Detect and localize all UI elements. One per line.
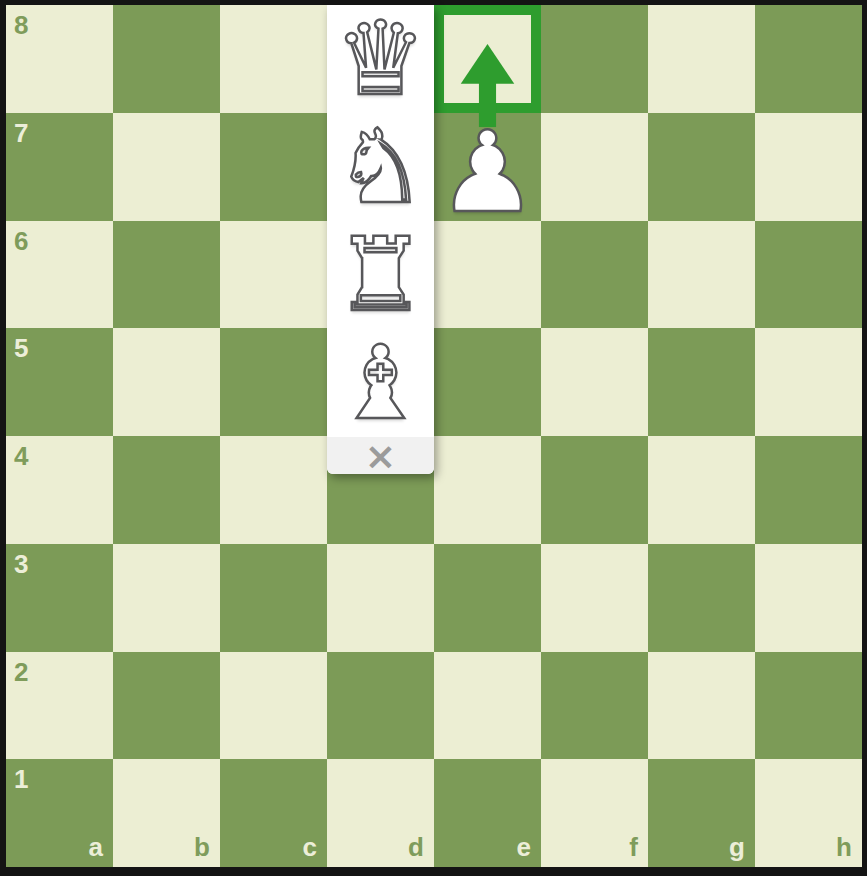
promotion-dialog: ♛ ♞ ♜ ♝ × — [327, 5, 434, 474]
rank-label-5: 5 — [14, 335, 28, 361]
square-f2[interactable] — [541, 652, 648, 760]
square-h8[interactable] — [755, 5, 862, 113]
square-c1[interactable]: c — [220, 759, 327, 867]
square-g2[interactable] — [648, 652, 755, 760]
file-label-h: h — [836, 834, 852, 860]
square-h2[interactable] — [755, 652, 862, 760]
square-g8[interactable] — [648, 5, 755, 113]
square-b1[interactable]: b — [113, 759, 220, 867]
square-c8[interactable] — [220, 5, 327, 113]
white-pawn-e7[interactable]: ♟ — [434, 113, 541, 221]
promote-bishop-button[interactable]: ♝ — [327, 329, 434, 437]
square-a5[interactable]: 5 — [6, 328, 113, 436]
file-label-d: d — [408, 834, 424, 860]
file-label-a: a — [89, 834, 103, 860]
rank-label-1: 1 — [14, 766, 28, 792]
square-e1[interactable]: e — [434, 759, 541, 867]
square-c3[interactable] — [220, 544, 327, 652]
square-c7[interactable] — [220, 113, 327, 221]
square-d1[interactable]: d — [327, 759, 434, 867]
square-c6[interactable] — [220, 221, 327, 329]
square-a1[interactable]: 1a — [6, 759, 113, 867]
file-label-c: c — [303, 834, 317, 860]
square-e7[interactable]: ♟ — [434, 113, 541, 221]
square-c5[interactable] — [220, 328, 327, 436]
square-g1[interactable]: g — [648, 759, 755, 867]
square-b8[interactable] — [113, 5, 220, 113]
square-b4[interactable] — [113, 436, 220, 544]
white-bishop-icon: ♝ — [335, 332, 426, 434]
file-label-e: e — [517, 834, 531, 860]
rank-label-7: 7 — [14, 120, 28, 146]
promote-knight-button[interactable]: ♞ — [327, 113, 434, 221]
white-knight-icon: ♞ — [335, 116, 426, 218]
square-h3[interactable] — [755, 544, 862, 652]
rank-label-6: 6 — [14, 228, 28, 254]
white-pawn-icon: ♟ — [437, 116, 537, 228]
file-label-g: g — [729, 834, 745, 860]
promotion-close-button[interactable]: × — [327, 437, 434, 474]
square-f6[interactable] — [541, 221, 648, 329]
square-h7[interactable] — [755, 113, 862, 221]
square-f1[interactable]: f — [541, 759, 648, 867]
square-c2[interactable] — [220, 652, 327, 760]
square-b2[interactable] — [113, 652, 220, 760]
square-a7[interactable]: 7 — [6, 113, 113, 221]
square-g7[interactable] — [648, 113, 755, 221]
white-queen-icon: ♛ — [335, 8, 426, 110]
square-h4[interactable] — [755, 436, 862, 544]
promote-queen-button[interactable]: ♛ — [327, 5, 434, 113]
rank-label-2: 2 — [14, 659, 28, 685]
square-h5[interactable] — [755, 328, 862, 436]
square-a8[interactable]: 8 — [6, 5, 113, 113]
square-g6[interactable] — [648, 221, 755, 329]
square-c4[interactable] — [220, 436, 327, 544]
square-b5[interactable] — [113, 328, 220, 436]
rank-label-8: 8 — [14, 12, 28, 38]
square-f4[interactable] — [541, 436, 648, 544]
square-b3[interactable] — [113, 544, 220, 652]
file-label-b: b — [194, 834, 210, 860]
square-h1[interactable]: h — [755, 759, 862, 867]
promote-rook-button[interactable]: ♜ — [327, 221, 434, 329]
file-label-f: f — [629, 834, 638, 860]
square-e8[interactable] — [434, 5, 541, 113]
square-e4[interactable] — [434, 436, 541, 544]
square-b7[interactable] — [113, 113, 220, 221]
square-a3[interactable]: 3 — [6, 544, 113, 652]
square-f3[interactable] — [541, 544, 648, 652]
chess-board: 87♟654321abcdefgh — [6, 5, 862, 867]
square-f5[interactable] — [541, 328, 648, 436]
square-g4[interactable] — [648, 436, 755, 544]
close-icon: × — [365, 437, 397, 475]
white-rook-icon: ♜ — [335, 224, 426, 326]
square-f7[interactable] — [541, 113, 648, 221]
rank-label-4: 4 — [14, 443, 28, 469]
square-e2[interactable] — [434, 652, 541, 760]
chess-app-frame: 87♟654321abcdefgh ♛ ♞ ♜ ♝ × — [0, 0, 867, 876]
square-a2[interactable]: 2 — [6, 652, 113, 760]
square-a4[interactable]: 4 — [6, 436, 113, 544]
square-a6[interactable]: 6 — [6, 221, 113, 329]
square-d3[interactable] — [327, 544, 434, 652]
square-e5[interactable] — [434, 328, 541, 436]
square-d2[interactable] — [327, 652, 434, 760]
square-g3[interactable] — [648, 544, 755, 652]
rank-label-3: 3 — [14, 551, 28, 577]
square-b6[interactable] — [113, 221, 220, 329]
square-e6[interactable] — [434, 221, 541, 329]
square-f8[interactable] — [541, 5, 648, 113]
square-h6[interactable] — [755, 221, 862, 329]
square-g5[interactable] — [648, 328, 755, 436]
square-e3[interactable] — [434, 544, 541, 652]
